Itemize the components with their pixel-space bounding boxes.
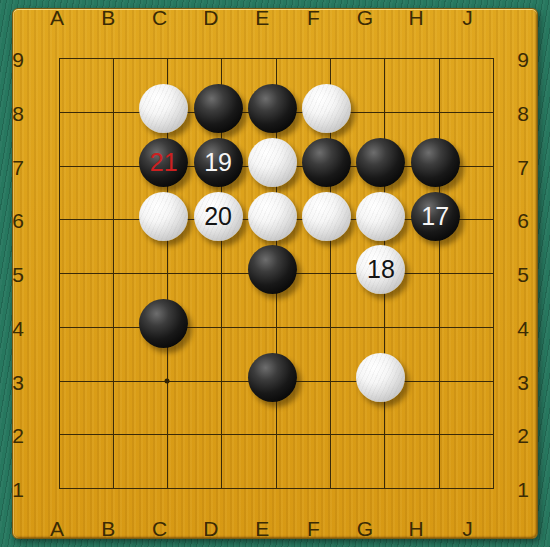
- col-label-top-g: G: [357, 7, 373, 28]
- black-stone-d8[interactable]: [194, 84, 243, 133]
- white-stone-e7[interactable]: [248, 138, 297, 187]
- white-stone-e6[interactable]: [248, 192, 297, 241]
- row-label-left-9: 9: [12, 49, 24, 70]
- black-stone-h7[interactable]: [411, 138, 460, 187]
- white-stone-g5[interactable]: 18: [356, 245, 405, 294]
- board-grid[interactable]: 2119201718: [31, 31, 520, 515]
- col-label-bottom-f: F: [307, 518, 320, 539]
- col-label-bottom-a: A: [50, 518, 64, 539]
- col-label-top-j: J: [462, 7, 473, 28]
- row-label-left-2: 2: [12, 425, 24, 446]
- black-stone-e8[interactable]: [248, 84, 297, 133]
- row-label-left-5: 5: [12, 264, 24, 285]
- move-number-label: 17: [421, 204, 449, 229]
- move-number-label: 19: [204, 150, 232, 175]
- col-label-top-b: B: [101, 7, 115, 28]
- white-stone-d6[interactable]: 20: [194, 192, 243, 241]
- col-label-top-f: F: [307, 7, 320, 28]
- white-stone-c6[interactable]: [139, 192, 188, 241]
- col-label-top-h: H: [409, 7, 424, 28]
- move-number-label: 18: [367, 257, 395, 282]
- col-label-bottom-g: G: [357, 518, 373, 539]
- black-stone-h6[interactable]: 17: [411, 192, 460, 241]
- col-label-bottom-b: B: [101, 518, 115, 539]
- col-label-bottom-j: J: [462, 518, 473, 539]
- row-label-left-6: 6: [12, 210, 24, 231]
- row-label-left-4: 4: [12, 317, 24, 338]
- black-stone-e5[interactable]: [248, 245, 297, 294]
- row-label-left-8: 8: [12, 102, 24, 123]
- col-label-top-d: D: [203, 7, 218, 28]
- go-app-window: AABBCCDDEEFFGGHHJJ998877665544332211 211…: [0, 0, 550, 547]
- col-label-bottom-c: C: [152, 518, 167, 539]
- black-stone-c7[interactable]: 21: [139, 138, 188, 187]
- white-stone-g6[interactable]: [356, 192, 405, 241]
- white-stone-g3[interactable]: [356, 353, 405, 402]
- black-stone-e3[interactable]: [248, 353, 297, 402]
- black-stone-c4[interactable]: [139, 299, 188, 348]
- col-label-bottom-d: D: [203, 518, 218, 539]
- move-number-label: 20: [204, 204, 232, 229]
- row-label-left-7: 7: [12, 156, 24, 177]
- white-stone-f6[interactable]: [302, 192, 351, 241]
- white-stone-f8[interactable]: [302, 84, 351, 133]
- black-stone-d7[interactable]: 19: [194, 138, 243, 187]
- black-stone-f7[interactable]: [302, 138, 351, 187]
- white-stone-c8[interactable]: [139, 84, 188, 133]
- move-number-label: 21: [150, 150, 178, 175]
- col-label-bottom-e: E: [255, 518, 269, 539]
- black-stone-g7[interactable]: [356, 138, 405, 187]
- col-label-top-e: E: [255, 7, 269, 28]
- row-label-left-3: 3: [12, 371, 24, 392]
- col-label-bottom-h: H: [409, 518, 424, 539]
- row-label-left-1: 1: [12, 479, 24, 500]
- col-label-top-a: A: [50, 7, 64, 28]
- col-label-top-c: C: [152, 7, 167, 28]
